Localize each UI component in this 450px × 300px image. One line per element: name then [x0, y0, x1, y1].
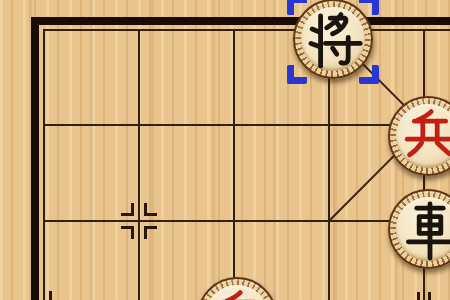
- point-marker-b8-corner: [144, 226, 157, 239]
- grid-line-file-c: [233, 29, 235, 300]
- piece-glyph-black-general: [305, 11, 365, 71]
- point-marker-a7-partial: [49, 291, 52, 300]
- black-general-piece[interactable]: [293, 0, 373, 79]
- grid-line-file-a: [43, 29, 45, 300]
- red-soldier-piece[interactable]: [197, 277, 277, 300]
- black-chariot-piece[interactable]: [388, 189, 450, 269]
- red-soldier-piece[interactable]: [388, 96, 450, 176]
- point-marker-b8-corner: [144, 203, 157, 216]
- board-frame-left: [31, 17, 39, 300]
- xiangqi-board[interactable]: [0, 0, 450, 300]
- board-frame-top: [31, 17, 450, 25]
- point-marker-b8-corner: [121, 203, 134, 216]
- point-marker-b8-corner: [121, 226, 134, 239]
- piece-glyph-red-soldier: [400, 108, 450, 168]
- grid-line-rank-10: [44, 29, 450, 31]
- selection-bracket-corner: [287, 65, 307, 84]
- point-marker-e7-partial: [428, 292, 431, 300]
- point-marker-e7-partial: [417, 292, 420, 300]
- grid-line-file-b: [138, 29, 140, 300]
- piece-glyph-red-soldier: [209, 289, 269, 300]
- piece-glyph-black-chariot: [400, 201, 450, 261]
